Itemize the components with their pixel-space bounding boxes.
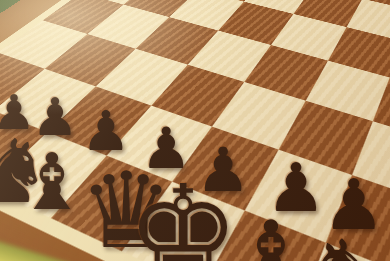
- pieces-layer: ♞♝♛♚♝♞♟♟♟♟♟♟♟: [0, 0, 390, 261]
- photo-scene: ♞♝♛♚♝♞♟♟♟♟♟♟♟: [0, 0, 390, 261]
